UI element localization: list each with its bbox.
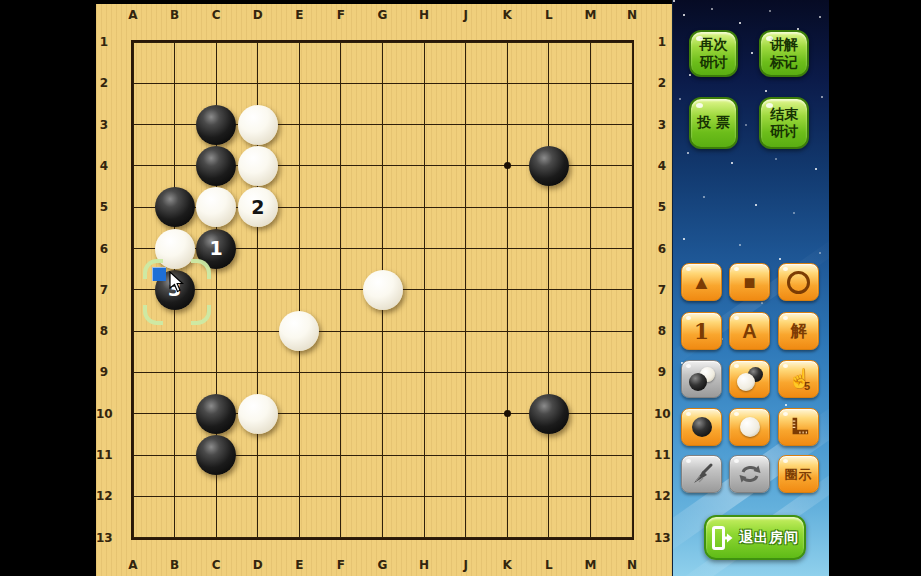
row-label: 12: [654, 489, 670, 503]
button-label: 讲解: [770, 36, 798, 54]
row-label: 1: [654, 35, 670, 49]
ruler-icon: [788, 416, 810, 438]
grid-line-vertical: [424, 42, 425, 538]
row-label: 11: [654, 448, 670, 462]
column-label: M: [582, 8, 598, 22]
row-label: 13: [654, 531, 670, 545]
column-label: C: [208, 8, 224, 22]
exit-door-icon: [711, 525, 735, 551]
stone-C10[interactable]: [196, 394, 236, 434]
column-label: N: [624, 558, 640, 572]
column-label: D: [250, 8, 266, 22]
white-stone-icon: [737, 373, 755, 391]
column-label: F: [333, 8, 349, 22]
circle-marker-button[interactable]: [778, 263, 819, 301]
row-label: 8: [654, 324, 670, 338]
column-label: B: [167, 558, 183, 572]
sidebar: 再次 研讨 讲解 标记 投 票 结束 研讨 ▲ ■ 1 A: [672, 0, 829, 576]
column-label: L: [541, 8, 557, 22]
row-label: 2: [654, 76, 670, 90]
row-label: 8: [96, 324, 112, 338]
column-label: B: [167, 8, 183, 22]
discuss-again-button[interactable]: 再次 研讨: [689, 30, 738, 77]
stone-C11[interactable]: [196, 435, 236, 475]
jie-label: 解: [791, 323, 807, 339]
square-icon: ■: [743, 272, 755, 292]
selection-marker: [152, 267, 166, 281]
end-discussion-button[interactable]: 结束 研讨: [759, 97, 809, 149]
vote-button[interactable]: 投 票: [689, 97, 738, 149]
column-label: H: [416, 558, 432, 572]
solution-button[interactable]: 解: [778, 312, 819, 350]
number-icon: 1: [694, 320, 709, 342]
column-label: K: [499, 558, 515, 572]
column-label: E: [291, 558, 307, 572]
stone-D3[interactable]: [238, 105, 278, 145]
column-label: A: [125, 558, 141, 572]
column-label: N: [624, 8, 640, 22]
stone-C3[interactable]: [196, 105, 236, 145]
letter-marker-button[interactable]: A: [729, 312, 770, 350]
black-stone-icon: [692, 417, 712, 437]
row-label: 4: [96, 159, 112, 173]
place-black-stone-button[interactable]: [681, 408, 722, 446]
starfield-decor: [673, 0, 675, 2]
clear-marks-button[interactable]: [681, 455, 722, 493]
stone-D4[interactable]: [238, 146, 278, 186]
row-label: 5: [96, 200, 112, 214]
quanshi-label: 圈示: [785, 468, 813, 481]
column-label: J: [458, 8, 474, 22]
move-number-label: 2: [251, 198, 264, 217]
explain-mark-button[interactable]: 讲解 标记: [759, 30, 809, 77]
row-label: 12: [96, 489, 112, 503]
stone-C4[interactable]: [196, 146, 236, 186]
stone-L10[interactable]: [529, 394, 569, 434]
circle-show-button[interactable]: 圈示: [778, 455, 819, 493]
exit-room-button[interactable]: 退出房间: [704, 515, 806, 560]
column-label: M: [582, 558, 598, 572]
triangle-icon: ▲: [692, 272, 712, 292]
letter-icon: A: [742, 321, 756, 341]
row-label: 2: [96, 76, 112, 90]
move-number-label: 1: [210, 239, 223, 258]
row-label: 9: [96, 365, 112, 379]
broom-icon: [690, 462, 714, 486]
exit-room-label: 退出房间: [739, 529, 799, 547]
column-label: C: [208, 558, 224, 572]
app-window: AABBCCDDEEFFGGHHJJKKLLMMNN11223344556677…: [0, 0, 921, 576]
row-label: 9: [654, 365, 670, 379]
row-label: 10: [96, 407, 112, 421]
grid-line-horizontal: [133, 331, 632, 332]
top-letterbox-strip: [96, 0, 672, 4]
grid-line-vertical: [590, 42, 591, 538]
refresh-cycle-icon: [737, 462, 763, 486]
button-label: 标记: [770, 54, 798, 72]
black-stone-icon: [689, 373, 707, 391]
stone-L4[interactable]: [529, 146, 569, 186]
stone-D5[interactable]: 2: [238, 187, 278, 227]
column-label: J: [458, 558, 474, 572]
column-label: F: [333, 558, 349, 572]
row-label: 3: [96, 118, 112, 132]
grid-line-horizontal: [133, 372, 632, 373]
stone-B5[interactable]: [155, 187, 195, 227]
pointing-hand-icon: ☝ 5: [779, 361, 818, 397]
stone-D10[interactable]: [238, 394, 278, 434]
column-label: L: [541, 558, 557, 572]
column-label: H: [416, 8, 432, 22]
button-label: 结束: [770, 106, 798, 124]
mouse-cursor-icon: [169, 271, 185, 295]
column-label: D: [250, 558, 266, 572]
hand-count-button[interactable]: ☝ 5: [778, 360, 819, 398]
button-label: 再次: [700, 36, 728, 54]
row-label: 10: [654, 407, 670, 421]
row-label: 7: [654, 283, 670, 297]
place-white-stone-button[interactable]: [729, 408, 770, 446]
grid-line-horizontal: [133, 537, 632, 538]
row-label: 6: [96, 242, 112, 256]
button-label: 研讨: [700, 54, 728, 72]
circle-icon: [787, 271, 810, 294]
stone-G7[interactable]: [363, 270, 403, 310]
column-label: G: [375, 8, 391, 22]
grid-line-horizontal: [133, 496, 632, 497]
black-white-alternate-button[interactable]: [681, 360, 722, 398]
star-point: [504, 410, 511, 417]
light-streak: [672, 234, 829, 372]
row-label: 1: [96, 35, 112, 49]
row-label: 4: [654, 159, 670, 173]
grid-line-vertical: [465, 42, 466, 538]
refresh-button[interactable]: [729, 455, 770, 493]
row-label: 3: [654, 118, 670, 132]
white-stone-icon: [740, 417, 760, 437]
grid-line-vertical: [548, 42, 549, 538]
button-label: 投 票: [697, 114, 730, 132]
triangle-marker-button[interactable]: ▲: [681, 263, 722, 301]
square-marker-button[interactable]: ■: [729, 263, 770, 301]
column-label: A: [125, 8, 141, 22]
grid-line-vertical: [632, 42, 633, 538]
go-board[interactable]: AABBCCDDEEFFGGHHJJKKLLMMNN11223344556677…: [96, 0, 672, 576]
score-estimate-button[interactable]: [778, 408, 819, 446]
row-label: 5: [654, 200, 670, 214]
row-label: 11: [96, 448, 112, 462]
number-marker-button[interactable]: 1: [681, 312, 722, 350]
button-label: 研讨: [770, 123, 798, 141]
column-label: E: [291, 8, 307, 22]
column-label: G: [375, 558, 391, 572]
row-label: 7: [96, 283, 112, 297]
grid-line-vertical: [507, 42, 508, 538]
row-label: 13: [96, 531, 112, 545]
row-label: 6: [654, 242, 670, 256]
white-black-alternate-button[interactable]: [729, 360, 770, 398]
column-label: K: [499, 8, 515, 22]
